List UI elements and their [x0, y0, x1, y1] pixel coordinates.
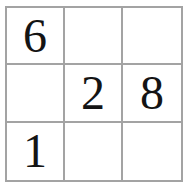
grid-cell-r1c1[interactable]: 6 [7, 8, 65, 65]
grid-cell-r1c2[interactable] [65, 8, 123, 65]
grid-cell-r2c3[interactable]: 8 [123, 65, 181, 122]
grid-cell-r2c1[interactable] [7, 65, 65, 122]
grid-cell-r3c1[interactable]: 1 [7, 123, 65, 180]
grid-cell-r2c2[interactable]: 2 [65, 65, 123, 122]
grid-cell-r1c3[interactable] [123, 8, 181, 65]
puzzle-grid: 6 2 8 1 [5, 6, 183, 182]
grid-cell-r3c2[interactable] [65, 123, 123, 180]
grid-cell-r3c3[interactable] [123, 123, 181, 180]
